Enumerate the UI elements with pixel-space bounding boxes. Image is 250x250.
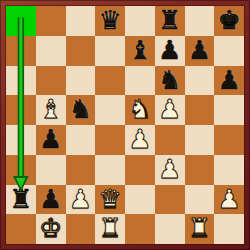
square-a8[interactable] [6, 6, 36, 36]
square-h2[interactable]: ♟ [214, 185, 244, 215]
square-d4[interactable] [95, 125, 125, 155]
square-g1[interactable]: ♜ [185, 214, 215, 244]
piece-black-knight-c5[interactable]: ♞ [69, 95, 92, 125]
square-b5[interactable]: ♝ [36, 95, 66, 125]
square-e8[interactable] [125, 6, 155, 36]
square-c4[interactable] [66, 125, 96, 155]
square-e5[interactable]: ♞ [125, 95, 155, 125]
square-d6[interactable] [95, 66, 125, 96]
square-f2[interactable] [155, 185, 185, 215]
square-h5[interactable] [214, 95, 244, 125]
square-f8[interactable]: ♜ [155, 6, 185, 36]
square-b8[interactable] [36, 6, 66, 36]
square-a7[interactable] [6, 36, 36, 66]
square-g8[interactable] [185, 6, 215, 36]
square-a3[interactable] [6, 155, 36, 185]
square-b2[interactable]: ♟ [36, 185, 66, 215]
piece-white-knight-e5[interactable]: ♞ [128, 95, 151, 125]
square-a5[interactable] [6, 95, 36, 125]
square-b1[interactable]: ♚ [36, 214, 66, 244]
piece-white-pawn-h2[interactable]: ♟ [217, 185, 240, 215]
square-a4[interactable] [6, 125, 36, 155]
piece-white-rook-g1[interactable]: ♜ [188, 214, 211, 244]
square-b3[interactable] [36, 155, 66, 185]
piece-white-rook-d1[interactable]: ♜ [98, 214, 121, 244]
square-c3[interactable] [66, 155, 96, 185]
square-g5[interactable] [185, 95, 215, 125]
square-d2[interactable]: ♛ [95, 185, 125, 215]
square-h1[interactable] [214, 214, 244, 244]
square-f3[interactable]: ♟ [155, 155, 185, 185]
square-g6[interactable] [185, 66, 215, 96]
square-f1[interactable] [155, 214, 185, 244]
piece-white-queen-d2[interactable]: ♛ [98, 185, 121, 215]
square-e2[interactable] [125, 185, 155, 215]
piece-white-pawn-f5[interactable]: ♟ [158, 95, 181, 125]
square-c1[interactable] [66, 214, 96, 244]
piece-black-rook-f8[interactable]: ♜ [158, 6, 181, 36]
square-g7[interactable]: ♟ [185, 36, 215, 66]
square-c8[interactable] [66, 6, 96, 36]
square-d5[interactable] [95, 95, 125, 125]
square-c7[interactable] [66, 36, 96, 66]
square-f7[interactable]: ♟ [155, 36, 185, 66]
piece-black-pawn-f7[interactable]: ♟ [158, 36, 181, 66]
square-b6[interactable] [36, 66, 66, 96]
square-c5[interactable]: ♞ [66, 95, 96, 125]
piece-white-king-b1[interactable]: ♚ [39, 214, 62, 244]
square-e7[interactable]: ♝ [125, 36, 155, 66]
piece-white-pawn-e4[interactable]: ♟ [128, 125, 151, 155]
square-g4[interactable] [185, 125, 215, 155]
square-f5[interactable]: ♟ [155, 95, 185, 125]
square-d3[interactable] [95, 155, 125, 185]
piece-black-rook-a2[interactable]: ♜ [9, 185, 32, 215]
square-h3[interactable] [214, 155, 244, 185]
piece-black-pawn-b4[interactable]: ♟ [39, 125, 62, 155]
square-b4[interactable]: ♟ [36, 125, 66, 155]
square-a1[interactable] [6, 214, 36, 244]
piece-black-king-h8[interactable]: ♚ [217, 6, 240, 36]
square-b7[interactable] [36, 36, 66, 66]
square-f4[interactable] [155, 125, 185, 155]
square-d1[interactable]: ♜ [95, 214, 125, 244]
square-e6[interactable] [125, 66, 155, 96]
square-e4[interactable]: ♟ [125, 125, 155, 155]
square-h4[interactable] [214, 125, 244, 155]
piece-black-bishop-e7[interactable]: ♝ [128, 36, 151, 66]
piece-white-pawn-c2[interactable]: ♟ [69, 185, 92, 215]
square-e1[interactable] [125, 214, 155, 244]
piece-white-pawn-f3[interactable]: ♟ [158, 155, 181, 185]
square-e3[interactable] [125, 155, 155, 185]
chess-board: ♛♜♚♝♟♟♞♟♝♞♞♟♟♟♟♜♟♟♛♟♚♜♜ [0, 0, 250, 250]
piece-white-bishop-b5[interactable]: ♝ [39, 95, 62, 125]
square-c6[interactable] [66, 66, 96, 96]
piece-black-pawn-b2[interactable]: ♟ [39, 185, 62, 215]
square-a2[interactable]: ♜ [6, 185, 36, 215]
square-d7[interactable] [95, 36, 125, 66]
piece-black-knight-f6[interactable]: ♞ [158, 66, 181, 96]
square-h8[interactable]: ♚ [214, 6, 244, 36]
square-g2[interactable] [185, 185, 215, 215]
square-g3[interactable] [185, 155, 215, 185]
square-a6[interactable] [6, 66, 36, 96]
square-c2[interactable]: ♟ [66, 185, 96, 215]
square-h7[interactable] [214, 36, 244, 66]
piece-black-pawn-h6[interactable]: ♟ [217, 66, 240, 96]
square-d8[interactable]: ♛ [95, 6, 125, 36]
square-h6[interactable]: ♟ [214, 66, 244, 96]
piece-black-pawn-g7[interactable]: ♟ [188, 36, 211, 66]
piece-black-queen-d8[interactable]: ♛ [98, 6, 121, 36]
board-grid: ♛♜♚♝♟♟♞♟♝♞♞♟♟♟♟♜♟♟♛♟♚♜♜ [6, 6, 244, 244]
square-f6[interactable]: ♞ [155, 66, 185, 96]
